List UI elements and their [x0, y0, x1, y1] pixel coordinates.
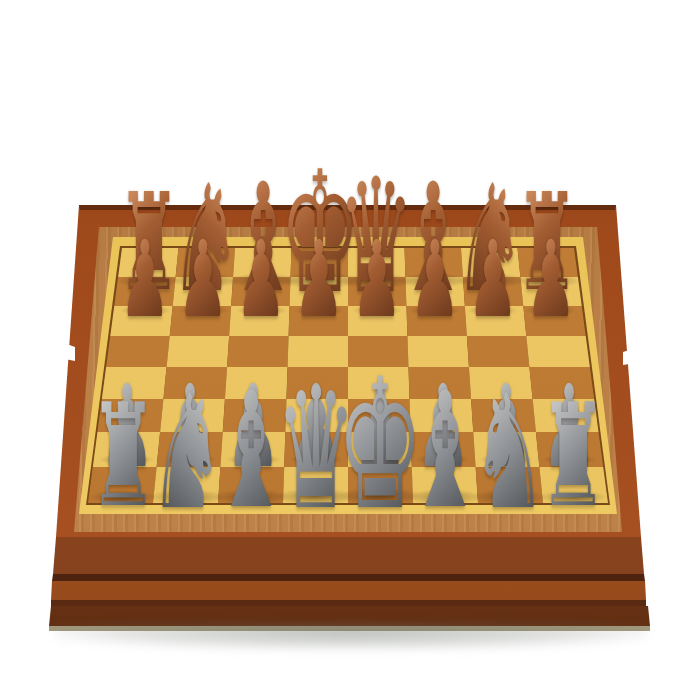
chess-set-photo: ♜♞♝♚♛♝♞♜♟♟♟♟♟♟♟♟♟♟♟♟♟♟♟♟♜♞♝♛♚♝♞♜: [0, 0, 700, 700]
piece-white-rook-h1[interactable]: ♜: [535, 385, 612, 527]
piece-black-pawn-f7[interactable]: ♟: [406, 227, 463, 333]
piece-black-pawn-c7[interactable]: ♟: [232, 227, 289, 333]
piece-black-pawn-a7[interactable]: ♟: [117, 227, 174, 333]
box-floor-shadow: [55, 624, 647, 650]
piece-black-pawn-g7[interactable]: ♟: [464, 227, 521, 333]
piece-black-pawn-e7[interactable]: ♟: [348, 227, 405, 333]
piece-black-pawn-d7[interactable]: ♟: [290, 227, 347, 333]
piece-black-pawn-b7[interactable]: ♟: [175, 227, 232, 333]
piece-black-pawn-h7[interactable]: ♟: [522, 227, 579, 333]
